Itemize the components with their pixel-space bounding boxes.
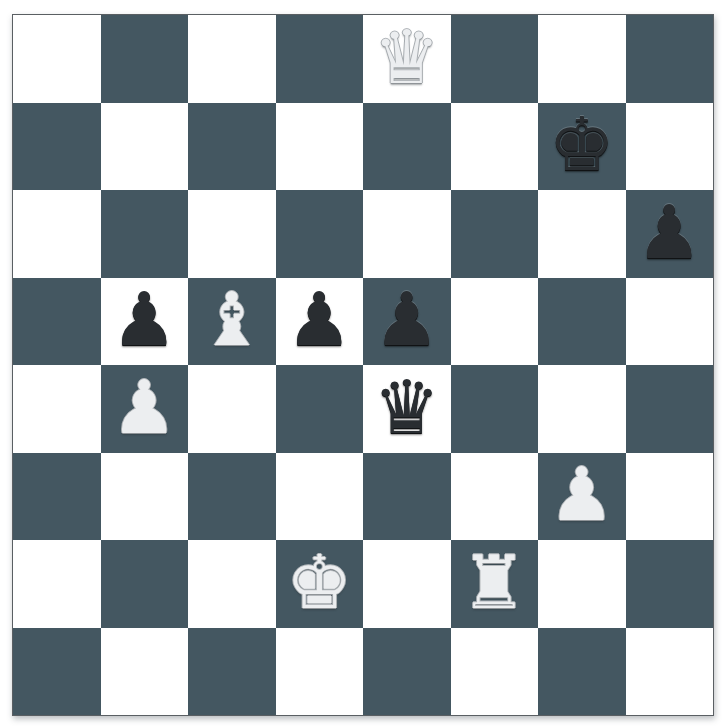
piece-white-pawn-g3[interactable]: ♟: [549, 457, 615, 531]
square-a2[interactable]: [13, 540, 101, 628]
square-h6[interactable]: ♟: [626, 190, 714, 278]
square-d6[interactable]: [276, 190, 364, 278]
square-g6[interactable]: [538, 190, 626, 278]
square-d7[interactable]: [276, 103, 364, 191]
square-c1[interactable]: [188, 628, 276, 716]
square-b7[interactable]: [101, 103, 189, 191]
square-c3[interactable]: [188, 453, 276, 541]
piece-black-pawn-h6[interactable]: ♟: [636, 195, 702, 269]
square-e4[interactable]: ♛: [363, 365, 451, 453]
square-a4[interactable]: [13, 365, 101, 453]
square-c2[interactable]: [188, 540, 276, 628]
page: ♛♚♟♟♝♟♟♟♛♟♚♜: [0, 0, 724, 727]
square-b3[interactable]: [101, 453, 189, 541]
piece-white-pawn-b4[interactable]: ♟: [111, 370, 177, 444]
square-c8[interactable]: [188, 15, 276, 103]
square-f4[interactable]: [451, 365, 539, 453]
piece-white-king-d2[interactable]: ♚: [286, 545, 352, 619]
square-g5[interactable]: [538, 278, 626, 366]
square-c4[interactable]: [188, 365, 276, 453]
square-b8[interactable]: [101, 15, 189, 103]
square-d2[interactable]: ♚: [276, 540, 364, 628]
square-f2[interactable]: ♜: [451, 540, 539, 628]
square-c5[interactable]: ♝: [188, 278, 276, 366]
piece-white-rook-f2[interactable]: ♜: [461, 545, 527, 619]
square-e7[interactable]: [363, 103, 451, 191]
square-e2[interactable]: [363, 540, 451, 628]
square-d8[interactable]: [276, 15, 364, 103]
square-a6[interactable]: [13, 190, 101, 278]
square-h4[interactable]: [626, 365, 714, 453]
square-a8[interactable]: [13, 15, 101, 103]
square-a5[interactable]: [13, 278, 101, 366]
square-e3[interactable]: [363, 453, 451, 541]
square-e1[interactable]: [363, 628, 451, 716]
square-g1[interactable]: [538, 628, 626, 716]
piece-black-pawn-e5[interactable]: ♟: [374, 282, 440, 356]
square-e8[interactable]: ♛: [363, 15, 451, 103]
square-h7[interactable]: [626, 103, 714, 191]
square-f5[interactable]: [451, 278, 539, 366]
square-h5[interactable]: [626, 278, 714, 366]
piece-white-queen-e8[interactable]: ♛: [374, 20, 440, 94]
square-e5[interactable]: ♟: [363, 278, 451, 366]
piece-black-king-g7[interactable]: ♚: [549, 107, 615, 181]
square-h3[interactable]: [626, 453, 714, 541]
piece-black-queen-e4[interactable]: ♛: [374, 370, 440, 444]
square-b5[interactable]: ♟: [101, 278, 189, 366]
square-c7[interactable]: [188, 103, 276, 191]
square-g7[interactable]: ♚: [538, 103, 626, 191]
square-b4[interactable]: ♟: [101, 365, 189, 453]
piece-black-pawn-d5[interactable]: ♟: [286, 282, 352, 356]
chess-board: ♛♚♟♟♝♟♟♟♛♟♚♜: [12, 14, 714, 716]
square-b6[interactable]: [101, 190, 189, 278]
square-h8[interactable]: [626, 15, 714, 103]
square-g2[interactable]: [538, 540, 626, 628]
square-f3[interactable]: [451, 453, 539, 541]
square-h2[interactable]: [626, 540, 714, 628]
square-f8[interactable]: [451, 15, 539, 103]
square-c6[interactable]: [188, 190, 276, 278]
piece-black-pawn-b5[interactable]: ♟: [111, 282, 177, 356]
square-g3[interactable]: ♟: [538, 453, 626, 541]
square-a1[interactable]: [13, 628, 101, 716]
square-h1[interactable]: [626, 628, 714, 716]
square-b2[interactable]: [101, 540, 189, 628]
square-e6[interactable]: [363, 190, 451, 278]
piece-white-bishop-c5[interactable]: ♝: [199, 282, 265, 356]
square-f7[interactable]: [451, 103, 539, 191]
square-d4[interactable]: [276, 365, 364, 453]
square-d5[interactable]: ♟: [276, 278, 364, 366]
square-f6[interactable]: [451, 190, 539, 278]
square-g8[interactable]: [538, 15, 626, 103]
square-f1[interactable]: [451, 628, 539, 716]
square-g4[interactable]: [538, 365, 626, 453]
square-a3[interactable]: [13, 453, 101, 541]
square-d3[interactable]: [276, 453, 364, 541]
square-a7[interactable]: [13, 103, 101, 191]
square-b1[interactable]: [101, 628, 189, 716]
square-d1[interactable]: [276, 628, 364, 716]
